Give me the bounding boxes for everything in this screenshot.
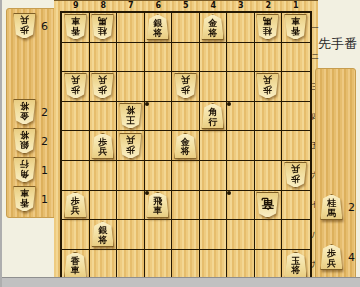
piece-kanji: 兵	[71, 75, 80, 85]
board-cell-5二[interactable]	[172, 43, 200, 73]
board-cell-8八[interactable]: 銀将	[90, 220, 118, 250]
captured-piece-row: 銀将2	[13, 128, 53, 154]
board-cell-4六[interactable]	[200, 161, 228, 191]
board-cell-9一[interactable]: 香車	[62, 13, 90, 43]
piece-kanji: 車	[20, 188, 29, 198]
piece-kanji: 兵	[327, 259, 336, 269]
piece-kanji: 兵	[181, 75, 190, 85]
gote-bishop[interactable]: 角行	[13, 157, 36, 183]
file-label-3: 3	[227, 1, 255, 10]
sente-king[interactable]: 玉将	[284, 252, 307, 278]
captured-count: 1	[41, 164, 53, 177]
gote-pawn[interactable]: 歩兵	[119, 133, 142, 159]
board-cell-3四[interactable]	[227, 102, 255, 132]
piece-kanji: 兵	[98, 75, 107, 85]
turn-indicator: 先手番	[318, 35, 360, 53]
gote-promoted-rook[interactable]: 竜	[256, 192, 279, 218]
piece-kanji: 将	[153, 29, 162, 39]
board-cell-1八[interactable]	[282, 220, 310, 250]
piece-kanji: 将	[181, 147, 190, 157]
board-cell-2七[interactable]: 竜	[255, 191, 283, 221]
board-cell-6二[interactable]	[145, 43, 173, 73]
sente-silver[interactable]: 銀将	[91, 221, 114, 247]
captured-piece-row: 金将2	[13, 99, 53, 125]
board-cell-9四[interactable]	[62, 102, 90, 132]
piece-kanji: 兵	[263, 75, 272, 85]
piece-kanji: 行	[208, 118, 217, 128]
shogi-app-window: 歩兵6金将2銀将2角行1香車1 987654321 香車桂馬銀将金将桂馬香車歩兵…	[0, 0, 360, 287]
piece-kanji: 馬	[263, 16, 272, 26]
sente-captured-tray: 桂馬2歩兵4	[315, 68, 356, 282]
hoshi-point	[145, 191, 149, 195]
sente-gold[interactable]: 金将	[201, 14, 224, 40]
gote-knight[interactable]: 桂馬	[256, 14, 279, 40]
piece-kanji: 王	[126, 115, 135, 125]
piece-kanji: 香	[20, 198, 29, 208]
piece-kanji: 兵	[291, 164, 300, 174]
board-cell-3五[interactable]	[227, 131, 255, 161]
board-cell-4一[interactable]: 金将	[200, 13, 228, 43]
piece-kanji: 車	[71, 16, 80, 26]
board-cell-9二[interactable]	[62, 43, 90, 73]
board-cell-8二[interactable]	[90, 43, 118, 73]
piece-kanji: 兵	[126, 135, 135, 145]
piece-kanji: 角	[20, 169, 29, 179]
hoshi-point	[227, 191, 231, 195]
piece-kanji: 香	[71, 26, 80, 36]
gote-knight[interactable]: 桂馬	[91, 14, 114, 40]
board-cell-5九[interactable]	[172, 250, 200, 280]
sente-bishop[interactable]: 角行	[201, 103, 224, 129]
board-cell-9六[interactable]	[62, 161, 90, 191]
board-cell-7二[interactable]	[117, 43, 145, 73]
board-cell-2六[interactable]	[255, 161, 283, 191]
piece-kanji: 兵	[20, 15, 29, 25]
captured-count: 2	[41, 106, 53, 119]
gote-pawn[interactable]: 歩兵	[256, 73, 279, 99]
piece-kanji: 将	[126, 105, 135, 115]
sente-pawn[interactable]: 歩兵	[91, 133, 114, 159]
board-cell-4五[interactable]	[200, 131, 228, 161]
captured-count: 1	[41, 193, 53, 206]
gote-lance[interactable]: 香車	[284, 14, 307, 40]
board-cell-4三[interactable]	[200, 72, 228, 102]
board-cell-3三[interactable]	[227, 72, 255, 102]
gote-king[interactable]: 王将	[119, 103, 142, 129]
board-cell-8九[interactable]	[90, 250, 118, 280]
board-cell-1九[interactable]: 玉将	[282, 250, 310, 280]
piece-kanji: 桂	[263, 26, 272, 36]
board-cell-8六[interactable]	[90, 161, 118, 191]
board-cell-5六[interactable]	[172, 161, 200, 191]
piece-kanji: 金	[20, 111, 29, 121]
hoshi-point	[145, 102, 149, 106]
board-cell-7三[interactable]	[117, 72, 145, 102]
board-cell-4九[interactable]	[200, 250, 228, 280]
captured-piece-row: 角行1	[13, 157, 53, 183]
piece-kanji: 竜	[261, 193, 274, 213]
piece-kanji: 馬	[98, 16, 107, 26]
piece-kanji: 将	[208, 29, 217, 39]
sente-pawn[interactable]: 歩兵	[64, 192, 87, 218]
piece-kanji: 行	[20, 159, 29, 169]
board-cell-7八[interactable]	[117, 220, 145, 250]
board-cell-6九[interactable]	[145, 250, 173, 280]
board-cell-5五[interactable]: 金将	[172, 131, 200, 161]
board-cell-3八[interactable]	[227, 220, 255, 250]
board-cell-9七[interactable]: 歩兵	[62, 191, 90, 221]
piece-kanji: 香	[291, 26, 300, 36]
gote-lance[interactable]: 香車	[13, 186, 36, 212]
sente-rook[interactable]: 飛車	[146, 192, 169, 218]
board-cell-2二[interactable]	[255, 43, 283, 73]
file-label-7: 7	[117, 1, 145, 10]
piece-kanji: 歩	[98, 85, 107, 95]
board-cell-5三[interactable]: 歩兵	[172, 72, 200, 102]
board-cell-7七[interactable]	[117, 191, 145, 221]
board-cell-6八[interactable]	[145, 220, 173, 250]
board-cell-1六[interactable]: 歩兵	[282, 161, 310, 191]
board-cell-9九[interactable]: 香車	[62, 250, 90, 280]
board-cell-8七[interactable]	[90, 191, 118, 221]
file-label-1: 1	[282, 1, 310, 10]
board-cell-5一[interactable]	[172, 13, 200, 43]
piece-kanji: 歩	[181, 85, 190, 95]
board-cell-1五[interactable]	[282, 131, 310, 161]
board-cell-3七[interactable]	[227, 191, 255, 221]
sente-lance[interactable]: 香車	[64, 252, 87, 278]
piece-kanji: 将	[98, 236, 107, 246]
hoshi-point	[227, 102, 231, 106]
board-cell-5四[interactable]	[172, 102, 200, 132]
gote-captured-tray: 歩兵6金将2銀将2角行1香車1	[6, 8, 57, 218]
board-cell-7五[interactable]: 歩兵	[117, 131, 145, 161]
sente-pawn[interactable]: 歩兵	[320, 244, 343, 270]
board-cell-1一[interactable]: 香車	[282, 13, 310, 43]
captured-count: 4	[348, 251, 360, 264]
gote-pawn[interactable]: 歩兵	[64, 73, 87, 99]
board-cell-3二[interactable]	[227, 43, 255, 73]
sente-silver[interactable]: 銀将	[146, 14, 169, 40]
gote-lance[interactable]: 香車	[64, 14, 87, 40]
file-label-8: 8	[90, 1, 118, 10]
gote-pawn[interactable]: 歩兵	[91, 73, 114, 99]
board-cell-3一[interactable]	[227, 13, 255, 43]
board-cell-4七[interactable]	[200, 191, 228, 221]
board-cell-6四[interactable]	[145, 102, 173, 132]
gote-pawn[interactable]: 歩兵	[174, 73, 197, 99]
captured-count: 2	[348, 201, 360, 214]
piece-kanji: 歩	[71, 85, 80, 95]
board-cell-7九[interactable]	[117, 250, 145, 280]
piece-kanji: 歩	[126, 144, 135, 154]
board-cell-6一[interactable]: 銀将	[145, 13, 173, 43]
board-cell-4四[interactable]: 角行	[200, 102, 228, 132]
board-panel: 987654321 香車桂馬銀将金将桂馬香車歩兵歩兵歩兵歩兵王将角行歩兵歩兵金将…	[54, 0, 318, 278]
board-cell-1七[interactable]	[282, 191, 310, 221]
captured-piece-row: 歩兵4	[320, 244, 360, 270]
board-cell-2一[interactable]: 桂馬	[255, 13, 283, 43]
board-cell-6七[interactable]: 飛車	[145, 191, 173, 221]
sente-gold[interactable]: 金将	[174, 133, 197, 159]
board-cell-8四[interactable]	[90, 102, 118, 132]
board-cell-2八[interactable]	[255, 220, 283, 250]
captured-piece-row: 香車1	[13, 186, 53, 212]
file-label-2: 2	[255, 1, 283, 10]
board-cell-6五[interactable]	[145, 131, 173, 161]
board-cell-7四[interactable]: 王将	[117, 102, 145, 132]
piece-kanji: 兵	[98, 147, 107, 157]
board-cell-7一[interactable]	[117, 13, 145, 43]
gote-pawn[interactable]: 歩兵	[13, 13, 36, 39]
piece-kanji: 車	[71, 266, 80, 276]
captured-count: 6	[41, 20, 53, 33]
board-cell-2四[interactable]	[255, 102, 283, 132]
file-label-9: 9	[62, 1, 90, 10]
piece-kanji: 車	[153, 206, 162, 216]
board-cell-9五[interactable]	[62, 131, 90, 161]
shogi-board: 香車桂馬銀将金将桂馬香車歩兵歩兵歩兵歩兵王将角行歩兵歩兵金将歩兵歩兵飛車竜銀将香…	[60, 11, 312, 281]
piece-kanji: 歩	[291, 174, 300, 184]
board-cell-6三[interactable]	[145, 72, 173, 102]
captured-count: 2	[41, 135, 53, 148]
piece-kanji: 将	[20, 130, 29, 140]
board-cell-4八[interactable]	[200, 220, 228, 250]
board-cell-2九[interactable]	[255, 250, 283, 280]
piece-kanji: 将	[20, 101, 29, 111]
piece-kanji: 将	[291, 266, 300, 276]
file-label-4: 4	[200, 1, 228, 10]
board-cell-2三[interactable]: 歩兵	[255, 72, 283, 102]
board-cell-5八[interactable]	[172, 220, 200, 250]
sente-knight[interactable]: 桂馬	[320, 194, 343, 220]
board-cell-3九[interactable]	[227, 250, 255, 280]
gote-silver[interactable]: 銀将	[13, 128, 36, 154]
board-cell-4二[interactable]	[200, 43, 228, 73]
captured-piece-row: 桂馬2	[320, 194, 360, 220]
board-cell-6六[interactable]	[145, 161, 173, 191]
piece-kanji: 桂	[98, 26, 107, 36]
captured-piece-row: 歩兵6	[13, 13, 53, 39]
board-cell-8一[interactable]: 桂馬	[90, 13, 118, 43]
board-cell-9八[interactable]	[62, 220, 90, 250]
board-cell-1三[interactable]	[282, 72, 310, 102]
board-cell-5七[interactable]	[172, 191, 200, 221]
piece-kanji: 銀	[20, 140, 29, 150]
board-cell-9三[interactable]: 歩兵	[62, 72, 90, 102]
piece-kanji: 馬	[327, 209, 336, 219]
piece-kanji: 歩	[263, 85, 272, 95]
file-label-6: 6	[145, 1, 173, 10]
board-cell-8五[interactable]: 歩兵	[90, 131, 118, 161]
board-cell-7六[interactable]	[117, 161, 145, 191]
gote-gold[interactable]: 金将	[13, 99, 36, 125]
board-cell-8三[interactable]: 歩兵	[90, 72, 118, 102]
board-cell-2五[interactable]	[255, 131, 283, 161]
piece-kanji: 兵	[71, 206, 80, 216]
piece-kanji: 歩	[20, 25, 29, 35]
gote-pawn[interactable]: 歩兵	[284, 162, 307, 188]
board-cell-1四[interactable]	[282, 102, 310, 132]
board-cell-1二[interactable]	[282, 43, 310, 73]
file-label-5: 5	[172, 1, 200, 10]
status-bar	[2, 277, 360, 287]
piece-kanji: 車	[291, 16, 300, 26]
board-cell-3六[interactable]	[227, 161, 255, 191]
